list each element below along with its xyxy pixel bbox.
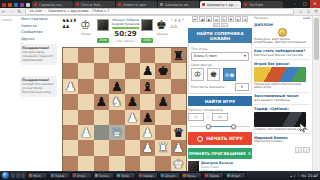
toolbar-icon-3[interactable]: ⏭ — [213, 16, 219, 22]
pinned-tab-icon[interactable] — [14, 3, 18, 7]
black-piece-f6[interactable]: ♝ — [140, 79, 155, 94]
square-c6[interactable] — [94, 79, 109, 94]
black-player-name[interactable]: Андрей Кузнецов — [110, 22, 141, 26]
color-option-1[interactable]: ♚ — [207, 68, 220, 81]
refresh-icon: ↻ — [248, 151, 251, 156]
browser-tab[interactable]: Шахматы он... — [158, 1, 199, 8]
ads-pager: ‹ › — [254, 147, 310, 153]
tab-favicon — [76, 3, 79, 6]
accept-invite-label: ПРИНЯТЬ ПРИГЛАШЕНИЕ — [189, 151, 246, 156]
square-c2[interactable] — [94, 140, 109, 155]
taskbar-button[interactable]: Музы... — [181, 172, 202, 179]
ad-image-toys[interactable] — [254, 67, 306, 82]
white-piece-f3[interactable]: ♟ — [140, 125, 155, 140]
square-e7[interactable] — [125, 63, 140, 78]
captured-black-pieces-row2: ♟♟ — [62, 24, 78, 29]
taskbar-button[interactable]: Откр... — [71, 172, 92, 179]
square-a7[interactable] — [63, 63, 78, 78]
pinned-tab-icon[interactable] — [2, 3, 6, 7]
captured-black-pieces-row1: ♞♞♝♜ — [62, 18, 78, 23]
game-settings-form: Тип игры Блиц 5 мин ▾ Цвет фигур ♔♚♔♚ Ко… — [188, 43, 252, 94]
tab-label: Почта Mail... — [81, 3, 104, 7]
ad-item[interactable]: Как стать победителем?Бесплатный бизнес-… — [254, 47, 310, 59]
chevron-down-icon: ▾ — [244, 53, 246, 60]
square-h8[interactable]: ♜ — [171, 48, 186, 63]
black-king-icon: ♚ — [156, 19, 167, 31]
square-f5[interactable] — [140, 94, 155, 109]
square-h6[interactable] — [171, 79, 186, 94]
bookmark-star-icon[interactable]: ☆ — [298, 9, 302, 14]
square-c5[interactable]: ♟ — [94, 94, 109, 109]
language-indicator[interactable]: RU — [302, 174, 307, 178]
taskbar-button[interactable]: Перев... — [203, 172, 224, 179]
taskbar-button-icon — [205, 174, 208, 177]
game-type-label: Тип игры — [191, 47, 249, 51]
windows-taskbar: Mozil...Презе...Откр...Блокн...Пров...Ка… — [0, 171, 320, 180]
zoom-button[interactable]: − — [221, 23, 228, 27]
square-f3[interactable]: ♟ — [140, 125, 155, 140]
square-e3[interactable] — [125, 125, 140, 140]
find-game-button[interactable]: НАЙТИ ИГРУ — [188, 96, 252, 106]
download-icon[interactable]: ⇩ — [306, 9, 310, 14]
ad-title[interactable]: Играй без риска! — [254, 62, 310, 66]
tab-label: YouTube — [249, 3, 263, 7]
square-d6[interactable]: ♟ — [109, 79, 124, 94]
square-b7[interactable] — [78, 63, 93, 78]
tab-favicon — [202, 3, 205, 6]
ad-text: Бесплатный бизнес-интенсив. — [254, 54, 310, 58]
square-g7[interactable]: ♚ — [155, 63, 170, 78]
taskbar-button[interactable]: Играт... — [225, 172, 246, 179]
browser-address-bar: ← → ↻ vk.com — Шахматы с друзьями - Ches… — [0, 8, 320, 16]
target-icon — [197, 136, 203, 142]
square-d7[interactable] — [109, 63, 124, 78]
square-c7[interactable] — [94, 63, 109, 78]
rating-bar — [112, 27, 139, 29]
square-d8[interactable] — [109, 48, 124, 63]
square-g5[interactable]: ♟ — [155, 94, 170, 109]
square-h1[interactable]: ♚ — [171, 156, 186, 171]
taskbar-button[interactable]: Блокн... — [93, 172, 114, 179]
black-piece-g7[interactable]: ♚ — [155, 63, 170, 78]
start-game-button[interactable]: НАЧАТЬ ИГРУ — [188, 132, 252, 145]
square-g3[interactable] — [155, 125, 170, 140]
sidebar-item[interactable]: Новости — [21, 24, 48, 28]
square-b3[interactable]: ♟ — [78, 125, 93, 140]
square-e5[interactable]: ♟ — [125, 94, 140, 109]
white-piece-d5[interactable]: ♞ — [109, 94, 124, 109]
tabs-container: Сериалы он...Почта Mail...Новости дняШах… — [32, 1, 284, 8]
browser-tab[interactable]: YouTube — [242, 1, 283, 8]
desktop-screen: Сериалы он...Почта Mail...Новости дняШах… — [0, 0, 320, 180]
browser-tab-strip: Сериалы он...Почта Mail...Новости дняШах… — [0, 0, 320, 8]
tab-label: Шахматы с др... — [207, 3, 237, 7]
square-g2[interactable]: ♜ — [155, 140, 170, 155]
toolbar-icon-2[interactable]: ▶ — [206, 16, 212, 22]
tab-favicon — [160, 3, 163, 6]
white-piece-d3[interactable]: ♛ — [109, 125, 124, 140]
taskbar-button-icon — [29, 174, 32, 177]
tab-favicon — [244, 3, 247, 6]
page-scrollbar[interactable] — [312, 16, 320, 171]
square-h4[interactable] — [171, 110, 186, 125]
window-controls: –□✕ — [290, 0, 320, 8]
square-e6[interactable] — [125, 79, 140, 94]
taskbar-button[interactable]: Пров... — [115, 172, 136, 179]
notice-text: Сыграй без шахмат со знатоком. Бесплатны… — [22, 83, 55, 95]
square-g8[interactable] — [155, 48, 170, 63]
quick-launch[interactable] — [11, 173, 25, 178]
square-a4[interactable] — [63, 110, 78, 125]
square-g6[interactable] — [155, 79, 170, 94]
taskbar-button-icon — [183, 174, 186, 177]
ads-more-link[interactable]: ещё — [303, 16, 310, 20]
ad-item[interactable]: Играй без риска!Прокачай себя в бесплатн… — [254, 59, 310, 92]
sidebar-item[interactable]: Моя страница — [21, 17, 48, 21]
tab-label: Шахматы он... — [165, 3, 191, 7]
zoom-button[interactable]: + — [213, 23, 220, 27]
taskbar-button-label: Mozil... — [33, 174, 44, 178]
start-button[interactable] — [2, 172, 9, 179]
chess-board: ♜♟♚♟♟♝♟♞♟♟♟♟♟♛♟♛♟♜♟♚ — [62, 47, 187, 172]
close-button[interactable]: ✕ — [310, 0, 320, 8]
square-e2[interactable] — [125, 140, 140, 155]
square-d4[interactable] — [109, 110, 124, 125]
system-tray: ▴♪⚐RU21:47 — [291, 174, 318, 178]
taskbar-button-icon — [51, 174, 54, 177]
color-option-2[interactable]: ♔♚ — [223, 68, 236, 81]
square-d2[interactable] — [109, 140, 124, 155]
zoom-controls: +− — [188, 23, 252, 27]
square-g4[interactable] — [155, 110, 170, 125]
search-label[interactable]: поиск — [2, 18, 12, 22]
url-field[interactable]: vk.com — Шахматы с друзьями - Chess v.2 — [25, 8, 294, 15]
black-piece-h8[interactable]: ♜ — [171, 48, 186, 63]
browser-tab[interactable]: Шахматы с др... — [200, 1, 241, 8]
toolbar-icon-4[interactable]: ↻ — [221, 16, 227, 22]
black-rating-badge: 1500 — [141, 38, 153, 43]
ad-text: Обучение онлайн. — [254, 140, 310, 144]
taskbar-button[interactable]: Докум... — [159, 172, 180, 179]
square-f6[interactable]: ♝ — [140, 79, 155, 94]
white-piece-h2[interactable]: ♟ — [171, 140, 186, 155]
tray-icon[interactable]: ⚐ — [297, 174, 300, 178]
color-label: Цвет фигур — [191, 63, 249, 67]
rating-max-input[interactable]: до — [212, 113, 228, 121]
square-f1[interactable] — [140, 156, 155, 171]
ad-item[interactable]: Эксклюзивный чехолдля вашего телефона. — [254, 92, 310, 104]
game-clock: 50:29 — [110, 30, 141, 38]
white-piece-f2[interactable]: ♟ — [140, 140, 155, 155]
square-a2[interactable] — [63, 140, 78, 155]
taskbar-buttons: Mozil...Презе...Откр...Блокн...Пров...Ка… — [27, 172, 289, 179]
taskbar-button-icon — [117, 174, 120, 177]
captured-white-pieces-row2: ♙♙ — [170, 24, 186, 29]
color-options: ♔♚♔♚ — [191, 68, 249, 81]
toolbar-icon-7[interactable]: ⚙ — [242, 16, 248, 22]
rating-slider[interactable] — [190, 123, 250, 129]
tab-label: Новости дня — [123, 3, 146, 7]
accept-invite-button[interactable]: ПРИНЯТЬ ПРИГЛАШЕНИЕ ↻ — [188, 148, 252, 159]
taskbar-button-label: Откр... — [77, 174, 88, 178]
square-b5[interactable] — [78, 94, 93, 109]
rating-dash: — — [206, 115, 210, 120]
ad-image-car[interactable] — [254, 112, 306, 127]
white-side-caption: белые — [79, 32, 93, 36]
square-a1[interactable] — [63, 156, 78, 171]
game-panel: ⏮◀▶⏭↻⚑✉⚙ +− НАЙТИ СОПЕРНИКА ОНЛАЙН Тип и… — [188, 16, 252, 173]
ads-header[interactable]: Реклама — [254, 16, 268, 20]
taskbar-button-label: Презе... — [55, 174, 67, 178]
square-c1[interactable] — [94, 156, 109, 171]
browser-tab[interactable]: Сериалы он... — [32, 1, 73, 8]
captured-white-pieces-row1: ♘♗♗♖ — [170, 18, 186, 23]
square-a3[interactable] — [63, 125, 78, 140]
maximize-button[interactable]: □ — [300, 0, 310, 8]
ad-title[interactable]: Тариф «Optimal» — [254, 107, 310, 111]
toolbar-icon-1[interactable]: ◀ — [199, 16, 205, 22]
white-rating-badge: 1500 — [97, 38, 109, 43]
tab-label: Сериалы он... — [39, 3, 64, 7]
square-c4[interactable] — [94, 110, 109, 125]
turn-caption: Ход черных — [110, 39, 141, 43]
square-b6[interactable] — [78, 79, 93, 94]
square-f4[interactable]: ♟ — [140, 110, 155, 125]
taskbar-button-icon — [95, 174, 98, 177]
square-a8[interactable] — [63, 48, 78, 63]
square-a6[interactable]: ♟ — [63, 79, 78, 94]
taskbar-button-icon — [161, 174, 164, 177]
square-f7[interactable]: ♟ — [140, 63, 155, 78]
sidebar-notice: Поздравляем! Сыграй без шахмат со знаток… — [20, 76, 57, 97]
square-a5[interactable] — [63, 94, 78, 109]
taskbar-button-label: Играт... — [231, 174, 243, 178]
taskbar-button-icon — [139, 174, 142, 177]
taskbar-button-label: Докум... — [165, 174, 178, 178]
ad-text: Конкурсы, викторины, олимпиады. Диплом м… — [254, 38, 310, 46]
white-piece-g2[interactable]: ♜ — [155, 140, 170, 155]
white-piece-b3[interactable]: ♟ — [78, 125, 93, 140]
black-player-avatar[interactable] — [141, 19, 153, 31]
pinned-tab-icon[interactable] — [26, 3, 30, 7]
browser-tab[interactable]: Почта Mail... — [74, 1, 115, 8]
find-opponent-header: НАЙТИ СОПЕРНИКА ОНЛАЙН — [188, 28, 252, 43]
square-f8[interactable] — [140, 48, 155, 63]
square-d1[interactable] — [109, 156, 124, 171]
ads-prev-button[interactable]: ‹ — [295, 147, 302, 153]
time-control-label: Контроль времени — [191, 85, 225, 89]
tab-favicon — [118, 3, 121, 6]
white-piece-h1[interactable]: ♚ — [171, 156, 186, 171]
rating-min-input[interactable]: от — [188, 113, 204, 121]
ad-title[interactable]: ДИПЛОМ — [254, 23, 310, 27]
game-type-value: Блиц 5 мин — [194, 53, 217, 60]
square-h7[interactable] — [171, 63, 186, 78]
sidebar-item[interactable]: Друзья — [21, 37, 48, 41]
notice-text: Сегодня день создания Главного приложени… — [22, 51, 55, 63]
taskbar-clock: 21:47 — [308, 174, 318, 178]
square-f2[interactable]: ♟ — [140, 140, 155, 155]
scrollbar-thumb[interactable] — [314, 18, 319, 60]
taskbar-button-icon — [73, 174, 76, 177]
tab-favicon — [34, 3, 37, 6]
taskbar-button[interactable]: Mozil... — [27, 172, 48, 179]
black-piece-c5[interactable]: ♟ — [94, 94, 109, 109]
black-side-caption: чёрные — [155, 32, 169, 36]
square-c8[interactable] — [94, 48, 109, 63]
white-piece-e4[interactable]: ♟ — [125, 110, 140, 125]
square-h2[interactable]: ♟ — [171, 140, 186, 155]
white-king-icon: ♔ — [80, 19, 91, 31]
back-icon[interactable]: ← — [2, 9, 6, 14]
players-info: Михаил Лобанов Андрей Кузнецов 50:29 Ход… — [110, 18, 141, 43]
sidebar-notice: Поздравляем! Сегодня день создания Главн… — [20, 44, 57, 65]
opponent-rating-label: Рейтинг соперника — [188, 108, 252, 112]
pinned-tab-icon[interactable] — [20, 3, 24, 7]
square-d5[interactable]: ♞ — [109, 94, 124, 109]
ad-text: Прокачай себя в бесплатной демо-игре. — [254, 83, 310, 91]
taskbar-button[interactable]: Камер... — [137, 172, 158, 179]
tray-icon[interactable]: ♪ — [294, 174, 296, 178]
ad-item[interactable]: ДИПЛОМ1Конкурсы, викторины, олимпиады. Д… — [254, 21, 310, 47]
black-piece-d6[interactable]: ♟ — [109, 79, 124, 94]
slider-handle-right[interactable] — [231, 124, 236, 129]
taskbar-button-label: Блокн... — [99, 174, 111, 178]
square-e8[interactable] — [125, 48, 140, 63]
slider-handle-left[interactable] — [206, 124, 211, 129]
taskbar-button-label: Камер... — [143, 174, 156, 178]
game-type-select[interactable]: Блиц 5 мин ▾ — [191, 52, 249, 61]
square-h3[interactable]: ♛ — [171, 125, 186, 140]
taskbar-button-label: Музы... — [187, 174, 198, 178]
taskbar-button[interactable]: Презе... — [49, 172, 70, 179]
white-piece-a6[interactable]: ♟ — [63, 79, 78, 94]
black-piece-f7[interactable]: ♟ — [140, 63, 155, 78]
vk-sidebar: поиск Моя страницаНовостиСообщенияДрузья… — [0, 16, 60, 170]
mouse-cursor — [300, 118, 307, 137]
toolbar-icon-5[interactable]: ⚑ — [228, 16, 234, 22]
browser-tab[interactable]: Новости дня — [116, 1, 157, 8]
toolbar-icon-6[interactable]: ✉ — [235, 16, 241, 22]
square-e1[interactable] — [125, 156, 140, 171]
black-piece-e5[interactable]: ♟ — [125, 94, 140, 109]
sidebar-item[interactable]: Сообщения — [21, 30, 48, 34]
taskbar-button-label: Пров... — [121, 174, 132, 178]
ad-text: для вашего телефона. — [254, 99, 310, 103]
black-piece-g5[interactable]: ♟ — [155, 94, 170, 109]
pinned-tab-icon[interactable] — [8, 3, 12, 7]
square-b1[interactable] — [78, 156, 93, 171]
square-b4[interactable] — [78, 110, 93, 125]
square-e4[interactable]: ♟ — [125, 110, 140, 125]
square-b8[interactable] — [78, 48, 93, 63]
square-d3[interactable]: ♛ — [109, 125, 124, 140]
start-game-label: НАЧАТЬ ИГРУ — [206, 136, 243, 141]
medal-icon: 1 — [278, 28, 287, 37]
black-piece-h3[interactable]: ♛ — [171, 125, 186, 140]
time-control-input[interactable]: 5 — [235, 83, 249, 91]
taskbar-button-label: Перев... — [209, 174, 221, 178]
ads-next-button[interactable]: › — [303, 147, 310, 153]
board-toolbar: ⏮◀▶⏭↻⚑✉⚙ — [188, 16, 252, 22]
square-c3[interactable] — [94, 125, 109, 140]
minimize-button[interactable]: – — [290, 0, 300, 8]
square-b2[interactable] — [78, 140, 93, 155]
square-h5[interactable] — [171, 94, 186, 109]
white-player-avatar[interactable] — [97, 19, 109, 31]
color-option-0[interactable]: ♔ — [191, 68, 204, 81]
taskbar-button-icon — [227, 174, 230, 177]
reload-icon[interactable]: ↻ — [18, 9, 22, 14]
square-g1[interactable] — [155, 156, 170, 171]
tray-icon[interactable]: ▴ — [291, 174, 293, 178]
forward-icon[interactable]: → — [10, 9, 14, 14]
toolbar-icon-0[interactable]: ⏮ — [192, 16, 198, 22]
black-piece-f4[interactable]: ♟ — [140, 110, 155, 125]
browser-menu-icon[interactable]: ≡ — [314, 9, 318, 14]
